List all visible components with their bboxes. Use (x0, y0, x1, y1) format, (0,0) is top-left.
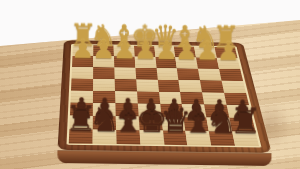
square-a2[interactable]: ♟ (217, 58, 240, 69)
square-c3[interactable] (177, 68, 200, 80)
chess-board-frame: ♜♞♝♚♛♝♞♜♟♟♟♟♟♟♟♟♟♟♟♟♟♟♟♟♜♞♝♚♛♝♞♜ (57, 40, 271, 153)
piece-black-rook[interactable]: ♜ (221, 103, 271, 139)
square-h3[interactable] (72, 67, 94, 79)
square-b3[interactable] (198, 69, 221, 81)
square-e3[interactable] (135, 68, 157, 80)
square-f3[interactable] (114, 67, 136, 79)
square-d4[interactable] (157, 79, 180, 91)
square-d3[interactable] (156, 68, 179, 80)
square-g3[interactable] (93, 67, 114, 79)
square-g4[interactable] (93, 79, 115, 91)
board-grid: ♜♞♝♚♛♝♞♜♟♟♟♟♟♟♟♟♟♟♟♟♟♟♟♟♜♞♝♚♛♝♞♜ (69, 45, 259, 146)
board-front-edge (57, 150, 271, 166)
square-h4[interactable] (71, 78, 93, 90)
photo-scene: ♜♞♝♚♛♝♞♜♟♟♟♟♟♟♟♟♟♟♟♟♟♟♟♟♜♞♝♚♛♝♞♜ (0, 0, 300, 169)
square-e4[interactable] (136, 79, 159, 91)
square-f4[interactable] (114, 79, 136, 91)
square-a4[interactable] (222, 80, 246, 92)
board-inlay-border: ♜♞♝♚♛♝♞♜♟♟♟♟♟♟♟♟♟♟♟♟♟♟♟♟♜♞♝♚♛♝♞♜ (67, 44, 262, 147)
square-c4[interactable] (179, 80, 203, 92)
square-a8[interactable]: ♜ (232, 132, 259, 147)
chess-board-scene: ♜♞♝♚♛♝♞♜♟♟♟♟♟♟♟♟♟♟♟♟♟♟♟♟♜♞♝♚♛♝♞♜ (60, 0, 258, 169)
square-b4[interactable] (200, 80, 224, 92)
piece-white-pawn[interactable]: ♟ (207, 37, 251, 63)
square-a3[interactable] (219, 69, 243, 81)
